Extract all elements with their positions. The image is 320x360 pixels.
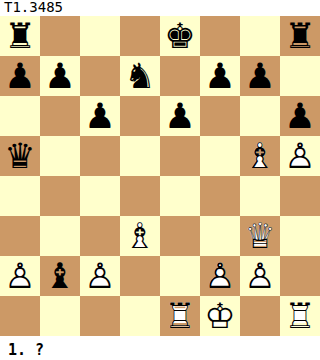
square-d6[interactable]	[120, 96, 160, 136]
white-pawn-piece: ♟♙	[200, 256, 240, 296]
square-g5[interactable]: ♝♗	[240, 136, 280, 176]
square-b6[interactable]	[40, 96, 80, 136]
square-f5[interactable]	[200, 136, 240, 176]
piece-outline-glyph: ♔	[200, 296, 240, 336]
black-rook-piece: ♜	[0, 16, 40, 56]
piece-glyph: ♛	[0, 136, 40, 176]
puzzle-id: T1.3485	[0, 0, 320, 16]
black-pawn-piece: ♟	[240, 56, 280, 96]
square-d3[interactable]: ♝♗	[120, 216, 160, 256]
square-a1[interactable]	[0, 296, 40, 336]
square-f6[interactable]	[200, 96, 240, 136]
square-c5[interactable]	[80, 136, 120, 176]
square-e2[interactable]	[160, 256, 200, 296]
square-b8[interactable]	[40, 16, 80, 56]
black-pawn-piece: ♟	[280, 96, 320, 136]
square-d1[interactable]	[120, 296, 160, 336]
piece-glyph: ♟	[0, 56, 40, 96]
square-d4[interactable]	[120, 176, 160, 216]
black-pawn-piece: ♟	[80, 96, 120, 136]
black-pawn-piece: ♟	[160, 96, 200, 136]
square-c6[interactable]: ♟	[80, 96, 120, 136]
square-b2[interactable]: ♝	[40, 256, 80, 296]
square-h2[interactable]	[280, 256, 320, 296]
white-king-piece: ♚♔	[200, 296, 240, 336]
square-a4[interactable]	[0, 176, 40, 216]
square-b7[interactable]: ♟	[40, 56, 80, 96]
square-h7[interactable]	[280, 56, 320, 96]
square-a5[interactable]: ♛	[0, 136, 40, 176]
white-bishop-piece: ♝♗	[240, 136, 280, 176]
piece-outline-glyph: ♙	[240, 256, 280, 296]
square-h6[interactable]: ♟	[280, 96, 320, 136]
square-d2[interactable]	[120, 256, 160, 296]
square-f1[interactable]: ♚♔	[200, 296, 240, 336]
black-pawn-piece: ♟	[200, 56, 240, 96]
white-bishop-piece: ♝♗	[120, 216, 160, 256]
square-d5[interactable]	[120, 136, 160, 176]
piece-glyph: ♟	[280, 96, 320, 136]
piece-glyph: ♞	[120, 56, 160, 96]
square-a2[interactable]: ♟♙	[0, 256, 40, 296]
piece-outline-glyph: ♙	[80, 256, 120, 296]
square-f8[interactable]	[200, 16, 240, 56]
square-f3[interactable]	[200, 216, 240, 256]
square-e6[interactable]: ♟	[160, 96, 200, 136]
piece-outline-glyph: ♖	[160, 296, 200, 336]
square-e8[interactable]: ♚	[160, 16, 200, 56]
square-e1[interactable]: ♜♖	[160, 296, 200, 336]
square-c3[interactable]	[80, 216, 120, 256]
chess-board: ♜♚♜♟♟♞♟♟♟♟♟♛♝♗♟♙♝♗♛♕♟♙♝♟♙♟♙♟♙♜♖♚♔♜♖	[0, 16, 320, 336]
square-e5[interactable]	[160, 136, 200, 176]
white-rook-piece: ♜♖	[160, 296, 200, 336]
square-d8[interactable]	[120, 16, 160, 56]
square-e4[interactable]	[160, 176, 200, 216]
square-g7[interactable]: ♟	[240, 56, 280, 96]
piece-glyph: ♜	[0, 16, 40, 56]
piece-glyph: ♟	[240, 56, 280, 96]
square-b3[interactable]	[40, 216, 80, 256]
white-pawn-piece: ♟♙	[80, 256, 120, 296]
piece-outline-glyph: ♕	[240, 216, 280, 256]
black-bishop-piece: ♝	[40, 256, 80, 296]
square-b1[interactable]	[40, 296, 80, 336]
piece-outline-glyph: ♗	[240, 136, 280, 176]
square-f2[interactable]: ♟♙	[200, 256, 240, 296]
black-pawn-piece: ♟	[40, 56, 80, 96]
black-knight-piece: ♞	[120, 56, 160, 96]
square-f7[interactable]: ♟	[200, 56, 240, 96]
square-h1[interactable]: ♜♖	[280, 296, 320, 336]
square-h8[interactable]: ♜	[280, 16, 320, 56]
square-g3[interactable]: ♛♕	[240, 216, 280, 256]
piece-glyph: ♟	[160, 96, 200, 136]
square-d7[interactable]: ♞	[120, 56, 160, 96]
square-g2[interactable]: ♟♙	[240, 256, 280, 296]
white-pawn-piece: ♟♙	[0, 256, 40, 296]
square-g8[interactable]	[240, 16, 280, 56]
piece-glyph: ♚	[160, 16, 200, 56]
square-b5[interactable]	[40, 136, 80, 176]
piece-outline-glyph: ♙	[0, 256, 40, 296]
white-pawn-piece: ♟♙	[280, 136, 320, 176]
piece-glyph: ♜	[280, 16, 320, 56]
piece-outline-glyph: ♖	[280, 296, 320, 336]
square-h4[interactable]	[280, 176, 320, 216]
square-e7[interactable]	[160, 56, 200, 96]
piece-glyph: ♝	[40, 256, 80, 296]
white-queen-piece: ♛♕	[240, 216, 280, 256]
black-rook-piece: ♜	[280, 16, 320, 56]
square-a6[interactable]	[0, 96, 40, 136]
square-a3[interactable]	[0, 216, 40, 256]
square-a8[interactable]: ♜	[0, 16, 40, 56]
piece-glyph: ♟	[40, 56, 80, 96]
square-c8[interactable]	[80, 16, 120, 56]
black-king-piece: ♚	[160, 16, 200, 56]
white-pawn-piece: ♟♙	[240, 256, 280, 296]
piece-outline-glyph: ♙	[280, 136, 320, 176]
square-g4[interactable]	[240, 176, 280, 216]
piece-glyph: ♟	[200, 56, 240, 96]
square-c2[interactable]: ♟♙	[80, 256, 120, 296]
square-g1[interactable]	[240, 296, 280, 336]
square-g6[interactable]	[240, 96, 280, 136]
white-rook-piece: ♜♖	[280, 296, 320, 336]
square-f4[interactable]	[200, 176, 240, 216]
move-prompt: 1. ?	[0, 336, 320, 359]
square-e3[interactable]	[160, 216, 200, 256]
square-h3[interactable]	[280, 216, 320, 256]
piece-outline-glyph: ♗	[120, 216, 160, 256]
square-c7[interactable]	[80, 56, 120, 96]
black-queen-piece: ♛	[0, 136, 40, 176]
piece-outline-glyph: ♙	[200, 256, 240, 296]
square-b4[interactable]	[40, 176, 80, 216]
square-c1[interactable]	[80, 296, 120, 336]
square-c4[interactable]	[80, 176, 120, 216]
black-pawn-piece: ♟	[0, 56, 40, 96]
square-h5[interactable]: ♟♙	[280, 136, 320, 176]
piece-glyph: ♟	[80, 96, 120, 136]
square-a7[interactable]: ♟	[0, 56, 40, 96]
